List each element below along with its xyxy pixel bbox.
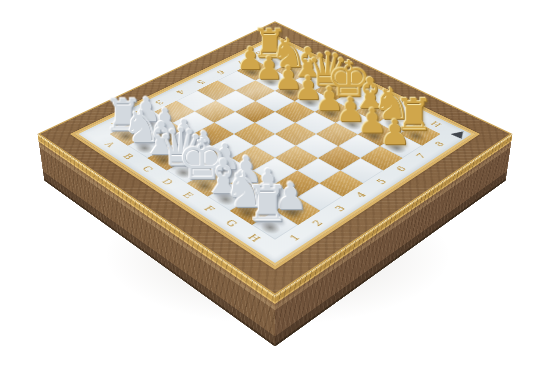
- product-photo: ABCDEFGH ABCDEFGH 12345678 12345678 ♜♞♝♛…: [0, 0, 550, 367]
- gold-pawn-glyph: ♟: [365, 115, 426, 150]
- silver-rook-glyph: ♜: [234, 180, 302, 230]
